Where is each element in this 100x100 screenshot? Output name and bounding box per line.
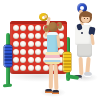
board-cell-c5 (27, 32, 35, 40)
board-cell-d4 (35, 40, 43, 48)
empty-hole (28, 25, 34, 31)
boy-shorts (77, 44, 92, 57)
yellow-ring-stack (63, 52, 71, 72)
empty-hole (28, 41, 34, 47)
board-cell-c3 (27, 48, 35, 56)
empty-hole (35, 25, 41, 31)
board-cell-a5 (12, 32, 20, 40)
empty-hole (20, 25, 26, 31)
board-cell-b6 (20, 24, 28, 32)
girl-right-hair-tie (57, 24, 59, 26)
board-cell-d3 (35, 48, 43, 56)
empty-hole (20, 41, 26, 47)
blue-ring-stack (4, 45, 12, 67)
empty-hole (20, 65, 26, 71)
empty-hole (13, 41, 19, 47)
boy-left-sleeve (76, 23, 82, 30)
board-cell-c1 (27, 64, 35, 72)
board-cell-b4 (20, 40, 28, 48)
empty-hole (13, 25, 19, 31)
board-cell-b3 (20, 48, 28, 56)
empty-hole (13, 49, 19, 55)
board-cell-a3 (12, 48, 20, 56)
board-cell-d2 (35, 56, 43, 64)
board-cell-c2 (27, 56, 35, 64)
board-cell-a4 (12, 40, 20, 48)
empty-hole (13, 57, 19, 63)
board-cell-b5 (20, 32, 28, 40)
board-cell-a2 (12, 56, 20, 64)
empty-hole (20, 57, 26, 63)
empty-hole (20, 33, 26, 39)
board-cell-b2 (20, 56, 28, 64)
board-cell-d5 (35, 32, 43, 40)
girl-striped-skirt (44, 52, 61, 65)
boy-fringe (81, 12, 92, 17)
boy-back-leg (85, 56, 90, 73)
empty-hole (35, 65, 41, 71)
empty-hole (35, 49, 41, 55)
empty-hole (35, 33, 41, 39)
girl-left-leg (49, 64, 53, 89)
empty-hole (13, 33, 19, 39)
board-cell-b1 (20, 64, 28, 72)
board-cell-a6 (12, 24, 20, 32)
empty-hole (28, 49, 34, 55)
board-cell-c6 (27, 24, 35, 32)
boy-back-shoe (84, 72, 92, 77)
board-cell-a1 (12, 64, 20, 72)
empty-hole (28, 57, 34, 63)
empty-hole (35, 57, 41, 63)
giant-connect-four-scene (0, 0, 100, 100)
boy-front-leg (79, 56, 84, 74)
empty-hole (28, 33, 34, 39)
girl-left-hair-tie (45, 26, 47, 28)
empty-hole (20, 49, 26, 55)
empty-hole (13, 65, 19, 71)
empty-hole (28, 65, 34, 71)
left-base-foot (2, 84, 11, 88)
girl-left-shoe (45, 89, 53, 93)
empty-hole (35, 41, 41, 47)
board-cell-c4 (27, 40, 35, 48)
girl-right-shoe (52, 90, 60, 94)
board-cell-d1 (35, 64, 43, 72)
boy-shirt-logo (81, 32, 83, 35)
board-cell-d6 (35, 24, 43, 32)
